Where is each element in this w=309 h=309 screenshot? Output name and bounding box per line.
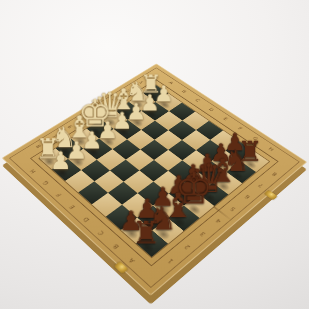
product-photo: ABCDEFGH ABCDEFGH 12345678 12345678 ♜♟♟♜…	[0, 0, 309, 309]
scene: ABCDEFGH ABCDEFGH 12345678 12345678 ♜♟♟♜…	[0, 0, 309, 309]
coordinate-label: 2	[176, 238, 198, 256]
chess-board: ABCDEFGH ABCDEFGH 12345678 12345678 ♜♟♟♜…	[2, 64, 307, 296]
coordinate-label: F	[50, 186, 69, 202]
square-b5[interactable]	[182, 130, 210, 150]
coordinate-label: E	[216, 113, 235, 126]
coordinate-label: C	[91, 224, 112, 242]
coordinate-label: B	[106, 237, 127, 255]
coordinate-label: 3	[192, 225, 213, 243]
coordinate-label: G	[37, 175, 56, 190]
coordinate-label: 8	[265, 167, 284, 182]
coordinate-label: B	[175, 86, 193, 98]
coordinate-label: 6	[237, 189, 257, 205]
coordinate-label: D	[77, 211, 97, 228]
coordinate-label: H	[24, 164, 42, 179]
coordinate-label: 1	[160, 251, 182, 270]
coordinate-label: H	[261, 142, 281, 156]
coordinate-label: E	[63, 198, 83, 215]
coordinate-label: D	[202, 104, 220, 116]
white-pawn[interactable]: ♟	[50, 149, 72, 173]
black-rook[interactable]: ♜	[132, 217, 159, 248]
coordinate-label: C	[188, 95, 206, 107]
board-frame: ABCDEFGH ABCDEFGH 12345678 12345678 ♜♟♟♜…	[2, 64, 307, 296]
